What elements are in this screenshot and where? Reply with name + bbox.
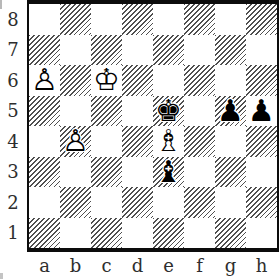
white-pawn: ♙ bbox=[62, 126, 89, 156]
file-label-f: f bbox=[184, 253, 215, 277]
square-a2[interactable] bbox=[29, 187, 60, 218]
square-h3[interactable] bbox=[246, 157, 277, 188]
rank-label-2: 2 bbox=[2, 187, 24, 218]
square-a5[interactable] bbox=[29, 96, 60, 127]
square-d5[interactable] bbox=[122, 96, 153, 127]
black-pawn: ♟ bbox=[248, 96, 275, 126]
square-c3[interactable] bbox=[91, 157, 122, 188]
white-king: ♔ bbox=[93, 65, 120, 95]
square-b3[interactable] bbox=[60, 157, 91, 188]
square-h8[interactable] bbox=[246, 4, 277, 35]
square-c4[interactable] bbox=[91, 126, 122, 157]
square-d4[interactable] bbox=[122, 126, 153, 157]
square-e1[interactable] bbox=[153, 218, 184, 249]
square-c1[interactable] bbox=[91, 218, 122, 249]
black-bishop: ♝ bbox=[155, 157, 182, 187]
square-a3[interactable] bbox=[29, 157, 60, 188]
square-d6[interactable] bbox=[122, 65, 153, 96]
square-b5[interactable] bbox=[60, 96, 91, 127]
file-label-e: e bbox=[153, 253, 184, 277]
square-a4[interactable] bbox=[29, 126, 60, 157]
rank-label-7: 7 bbox=[2, 35, 24, 66]
square-h6[interactable] bbox=[246, 65, 277, 96]
square-h4[interactable] bbox=[246, 126, 277, 157]
file-label-a: a bbox=[29, 253, 60, 277]
square-b7[interactable] bbox=[60, 35, 91, 66]
square-e2[interactable] bbox=[153, 187, 184, 218]
square-h5[interactable]: ♟ bbox=[246, 96, 277, 127]
square-g8[interactable] bbox=[215, 4, 246, 35]
square-c7[interactable] bbox=[91, 35, 122, 66]
rank-label-4: 4 bbox=[2, 126, 24, 157]
chess-board: ♙♔♚♟♟♙♗♝ bbox=[27, 0, 279, 252]
square-f6[interactable] bbox=[184, 65, 215, 96]
square-b2[interactable] bbox=[60, 187, 91, 218]
square-g7[interactable] bbox=[215, 35, 246, 66]
square-c6[interactable]: ♔ bbox=[91, 65, 122, 96]
square-c8[interactable] bbox=[91, 4, 122, 35]
square-a1[interactable] bbox=[29, 218, 60, 249]
file-label-h: h bbox=[246, 253, 277, 277]
square-a6[interactable]: ♙ bbox=[29, 65, 60, 96]
square-f4[interactable] bbox=[184, 126, 215, 157]
square-g2[interactable] bbox=[215, 187, 246, 218]
file-label-g: g bbox=[215, 253, 246, 277]
square-e5[interactable]: ♚ bbox=[153, 96, 184, 127]
square-g5[interactable]: ♟ bbox=[215, 96, 246, 127]
square-g6[interactable] bbox=[215, 65, 246, 96]
rank-labels: 87654321 bbox=[2, 4, 24, 248]
square-e3[interactable]: ♝ bbox=[153, 157, 184, 188]
rank-label-5: 5 bbox=[2, 96, 24, 127]
square-f7[interactable] bbox=[184, 35, 215, 66]
file-label-d: d bbox=[122, 253, 153, 277]
page-edge-artifact bbox=[0, 273, 3, 279]
square-f8[interactable] bbox=[184, 4, 215, 35]
file-label-c: c bbox=[91, 253, 122, 277]
square-c5[interactable] bbox=[91, 96, 122, 127]
square-f2[interactable] bbox=[184, 187, 215, 218]
square-g4[interactable] bbox=[215, 126, 246, 157]
square-e6[interactable] bbox=[153, 65, 184, 96]
square-f5[interactable] bbox=[184, 96, 215, 127]
square-e8[interactable] bbox=[153, 4, 184, 35]
square-d2[interactable] bbox=[122, 187, 153, 218]
square-e4[interactable]: ♗ bbox=[153, 126, 184, 157]
square-g3[interactable] bbox=[215, 157, 246, 188]
white-pawn: ♙ bbox=[31, 65, 58, 95]
square-g1[interactable] bbox=[215, 218, 246, 249]
square-f3[interactable] bbox=[184, 157, 215, 188]
square-b1[interactable] bbox=[60, 218, 91, 249]
square-d1[interactable] bbox=[122, 218, 153, 249]
square-a7[interactable] bbox=[29, 35, 60, 66]
rank-label-8: 8 bbox=[2, 4, 24, 35]
square-b4[interactable]: ♙ bbox=[60, 126, 91, 157]
square-h1[interactable] bbox=[246, 218, 277, 249]
black-king: ♚ bbox=[155, 96, 182, 126]
square-c2[interactable] bbox=[91, 187, 122, 218]
square-d8[interactable] bbox=[122, 4, 153, 35]
square-d3[interactable] bbox=[122, 157, 153, 188]
rank-label-3: 3 bbox=[2, 157, 24, 188]
square-b6[interactable] bbox=[60, 65, 91, 96]
black-pawn: ♟ bbox=[217, 96, 244, 126]
square-e7[interactable] bbox=[153, 35, 184, 66]
square-a8[interactable] bbox=[29, 4, 60, 35]
file-label-b: b bbox=[60, 253, 91, 277]
chess-diagram: 87654321 ♙♔♚♟♟♙♗♝ abcdefgh bbox=[0, 0, 279, 279]
rank-label-1: 1 bbox=[2, 218, 24, 249]
square-b8[interactable] bbox=[60, 4, 91, 35]
square-h2[interactable] bbox=[246, 187, 277, 218]
square-h7[interactable] bbox=[246, 35, 277, 66]
white-bishop: ♗ bbox=[155, 126, 182, 156]
square-d7[interactable] bbox=[122, 35, 153, 66]
rank-label-6: 6 bbox=[2, 65, 24, 96]
square-f1[interactable] bbox=[184, 218, 215, 249]
file-labels: abcdefgh bbox=[29, 253, 277, 277]
